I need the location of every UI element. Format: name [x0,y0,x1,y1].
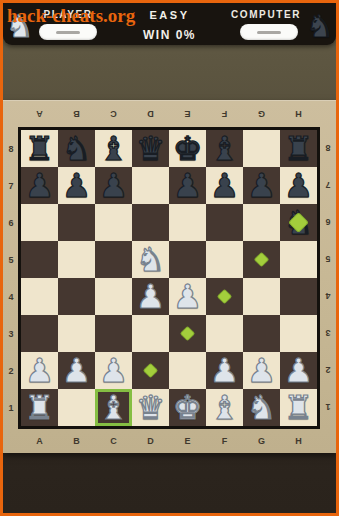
square-c7[interactable]: ♟ [95,167,132,204]
file-label-bottom-h: H [280,434,317,448]
square-f6[interactable] [206,204,243,241]
file-label-bottom-f: F [206,434,243,448]
square-g2[interactable]: ♟ [243,352,280,389]
file-labels-top: ABCDEFGH [21,107,317,121]
square-a3[interactable] [21,315,58,352]
square-b2[interactable]: ♟ [58,352,95,389]
square-d4[interactable]: ♟ [132,278,169,315]
rank-labels-left: 87654321 [5,130,17,426]
square-d7[interactable] [132,167,169,204]
computer-name-dash [257,31,281,34]
square-f8[interactable]: ♝ [206,130,243,167]
square-c3[interactable] [95,315,132,352]
rank-label-left-3: 3 [5,315,17,352]
piece-white-knight[interactable]: ♞ [247,389,277,426]
square-d8[interactable]: ♛ [132,130,169,167]
square-b3[interactable] [58,315,95,352]
square-h2[interactable]: ♟ [280,352,317,389]
square-f1[interactable]: ♝ [206,389,243,426]
piece-white-pawn[interactable]: ♟ [284,352,314,389]
file-label-top-g: G [243,107,280,121]
file-label-bottom-b: B [58,434,95,448]
file-label-bottom-a: A [21,434,58,448]
piece-white-rook[interactable]: ♜ [284,389,314,426]
square-h5[interactable] [280,241,317,278]
piece-white-pawn[interactable]: ♟ [99,352,129,389]
piece-white-pawn[interactable]: ♟ [173,278,203,315]
piece-black-king[interactable]: ♚ [173,130,203,167]
piece-white-bishop[interactable]: ♝ [99,389,129,426]
piece-white-pawn[interactable]: ♟ [25,352,55,389]
piece-black-pawn[interactable]: ♟ [247,167,277,204]
rank-label-right-4: 4 [322,278,334,315]
rank-label-left-2: 2 [5,352,17,389]
square-f5[interactable] [206,241,243,278]
rank-label-left-4: 4 [5,278,17,315]
file-label-top-e: E [169,107,206,121]
square-b6[interactable] [58,204,95,241]
file-label-top-f: F [206,107,243,121]
square-g4[interactable] [243,278,280,315]
square-f3[interactable] [206,315,243,352]
square-e1[interactable]: ♚ [169,389,206,426]
piece-black-queen[interactable]: ♛ [136,130,166,167]
piece-white-pawn[interactable]: ♟ [247,352,277,389]
rank-label-left-8: 8 [5,130,17,167]
square-f7[interactable]: ♟ [206,167,243,204]
square-b1[interactable] [58,389,95,426]
square-e2[interactable] [169,352,206,389]
piece-white-knight[interactable]: ♞ [136,241,166,278]
square-e7[interactable]: ♟ [169,167,206,204]
file-label-top-a: A [21,107,58,121]
computer-name-field[interactable] [240,24,298,40]
square-h4[interactable] [280,278,317,315]
square-c4[interactable] [95,278,132,315]
square-e3[interactable] [169,315,206,352]
piece-black-bishop[interactable]: ♝ [99,130,129,167]
move-hint-e3[interactable] [180,326,196,342]
square-d1[interactable]: ♛ [132,389,169,426]
rank-label-right-3: 3 [322,315,334,352]
piece-black-pawn[interactable]: ♟ [25,167,55,204]
rank-label-left-7: 7 [5,167,17,204]
square-a4[interactable] [21,278,58,315]
square-a8[interactable]: ♜ [21,130,58,167]
piece-white-queen[interactable]: ♛ [136,389,166,426]
file-labels-bottom: ABCDEFGH [21,434,317,448]
piece-black-pawn[interactable]: ♟ [62,167,92,204]
square-c1[interactable]: ♝ [95,389,132,426]
move-hint-d2[interactable] [143,363,159,379]
file-label-top-b: B [58,107,95,121]
piece-black-rook[interactable]: ♜ [25,130,55,167]
square-f2[interactable]: ♟ [206,352,243,389]
rank-label-right-2: 2 [322,352,334,389]
file-label-top-d: D [132,107,169,121]
square-b7[interactable]: ♟ [58,167,95,204]
rank-label-right-5: 5 [322,241,334,278]
square-g8[interactable] [243,130,280,167]
piece-black-pawn[interactable]: ♟ [173,167,203,204]
square-h8[interactable]: ♜ [280,130,317,167]
square-h7[interactable]: ♟ [280,167,317,204]
piece-white-pawn[interactable]: ♟ [136,278,166,315]
square-d5[interactable]: ♞ [132,241,169,278]
square-g6[interactable] [243,204,280,241]
file-label-bottom-d: D [132,434,169,448]
square-g5[interactable] [243,241,280,278]
square-h6[interactable]: ♞ [280,204,317,241]
square-g1[interactable]: ♞ [243,389,280,426]
square-e5[interactable] [169,241,206,278]
square-d3[interactable] [132,315,169,352]
watermark: hack-cheats.org [7,5,135,27]
square-f4[interactable] [206,278,243,315]
square-c6[interactable] [95,204,132,241]
rank-label-right-1: 1 [322,389,334,426]
piece-black-rook[interactable]: ♜ [284,130,314,167]
chess-board-frame: ABCDEFGH 87654321 87654321 ♜♞♝♛♚♝♜♟♟♟♟♟♟… [3,100,336,453]
rank-label-right-6: 6 [322,204,334,241]
move-hint-g5[interactable] [254,252,270,268]
rank-label-left-6: 6 [5,204,17,241]
piece-black-pawn[interactable]: ♟ [210,167,240,204]
square-c2[interactable]: ♟ [95,352,132,389]
piece-black-bishop[interactable]: ♝ [210,130,240,167]
square-a6[interactable] [21,204,58,241]
computer-label: COMPUTER [228,9,304,20]
square-a1[interactable]: ♜ [21,389,58,426]
square-e6[interactable] [169,204,206,241]
square-d6[interactable] [132,204,169,241]
rank-label-right-8: 8 [322,130,334,167]
rank-label-left-5: 5 [5,241,17,278]
square-b4[interactable] [58,278,95,315]
file-label-bottom-g: G [243,434,280,448]
piece-white-bishop[interactable]: ♝ [210,389,240,426]
square-b5[interactable] [58,241,95,278]
square-b8[interactable]: ♞ [58,130,95,167]
rank-label-right-7: 7 [322,167,334,204]
rank-label-left-1: 1 [5,389,17,426]
file-label-bottom-c: C [95,434,132,448]
square-e4[interactable]: ♟ [169,278,206,315]
rank-labels-right: 87654321 [322,130,334,426]
piece-white-rook[interactable]: ♜ [25,389,55,426]
square-g3[interactable] [243,315,280,352]
piece-white-pawn[interactable]: ♟ [62,352,92,389]
square-a7[interactable]: ♟ [21,167,58,204]
square-d2[interactable] [132,352,169,389]
square-h3[interactable] [280,315,317,352]
square-e8[interactable]: ♚ [169,130,206,167]
square-a5[interactable] [21,241,58,278]
piece-black-knight[interactable]: ♞ [62,130,92,167]
file-label-bottom-e: E [169,434,206,448]
file-label-top-h: H [280,107,317,121]
square-a2[interactable]: ♟ [21,352,58,389]
square-c8[interactable]: ♝ [95,130,132,167]
square-c5[interactable] [95,241,132,278]
piece-white-king[interactable]: ♚ [173,389,203,426]
square-h1[interactable]: ♜ [280,389,317,426]
chess-board: ♜♞♝♛♚♝♜♟♟♟♟♟♟♟♞♞♟♟♟♟♟♟♟♟♜♝♛♚♝♞♜ [18,127,320,429]
piece-black-pawn[interactable]: ♟ [99,167,129,204]
piece-white-pawn[interactable]: ♟ [210,352,240,389]
file-label-top-c: C [95,107,132,121]
black-knight-icon: ♞ [306,9,334,43]
piece-black-pawn[interactable]: ♟ [284,167,314,204]
move-hint-f4[interactable] [217,289,233,305]
square-g7[interactable]: ♟ [243,167,280,204]
app-screen: ♞ PLAYER EASY WIN 0% COMPUTER ♞ hack-che… [0,0,339,516]
